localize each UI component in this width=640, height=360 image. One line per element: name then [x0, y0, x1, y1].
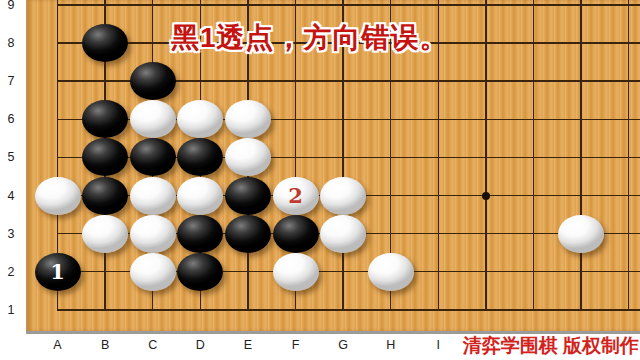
col-label-F: F — [292, 338, 300, 352]
row-label-6: 6 — [8, 112, 15, 126]
star-point-J4 — [482, 192, 490, 200]
stone-black-C7 — [130, 62, 176, 100]
stone-white-L3 — [558, 215, 604, 253]
stone-black-B6 — [82, 100, 128, 138]
stone-black-C5 — [130, 138, 176, 176]
stone-black-B4 — [82, 177, 128, 215]
col-label-E: E — [244, 338, 252, 352]
col-label-C: C — [148, 338, 157, 352]
stone-white-C4 — [130, 177, 176, 215]
grid-vline-J — [485, 0, 487, 311]
grid-vline-L — [580, 0, 582, 311]
row-label-8: 8 — [8, 36, 15, 50]
stone-white-C3 — [130, 215, 176, 253]
stone-white-G3 — [320, 215, 366, 253]
stone-black-D2 — [177, 253, 223, 291]
stone-white-G4 — [320, 177, 366, 215]
col-label-D: D — [196, 338, 205, 352]
stone-white-F4: 2 — [273, 177, 319, 215]
row-label-2: 2 — [8, 265, 15, 279]
row-label-7: 7 — [8, 74, 15, 88]
watermark: 清弈学围棋 版权制作 — [463, 333, 639, 359]
grid-hline-1 — [58, 309, 640, 311]
row-label-9: 9 — [8, 0, 15, 12]
stone-black-E3 — [225, 215, 271, 253]
title-caption: 黑1透点，方向错误。 — [171, 19, 449, 57]
stone-black-E4 — [225, 177, 271, 215]
stone-white-F2 — [273, 253, 319, 291]
stone-black-D3 — [177, 215, 223, 253]
col-label-B: B — [101, 338, 109, 352]
row-label-5: 5 — [8, 150, 15, 164]
go-diagram-frame: 21 987654321ABCDEFGHI 黑1透点，方向错误。 清弈学围棋 版… — [0, 0, 640, 360]
stone-white-A4 — [35, 177, 81, 215]
grid-vline-K — [533, 0, 535, 311]
row-label-1: 1 — [8, 303, 15, 317]
col-label-H: H — [386, 338, 395, 352]
stone-white-H2 — [368, 253, 414, 291]
stone-white-E6 — [225, 100, 271, 138]
stone-black-B8 — [82, 24, 128, 62]
stone-white-C6 — [130, 100, 176, 138]
stone-black-A2: 1 — [35, 253, 81, 291]
row-label-3: 3 — [8, 227, 15, 241]
stone-white-C2 — [130, 253, 176, 291]
col-label-I: I — [437, 338, 440, 352]
stone-white-B3 — [82, 215, 128, 253]
col-label-G: G — [338, 338, 348, 352]
row-label-4: 4 — [8, 189, 15, 203]
stone-white-E5 — [225, 138, 271, 176]
stone-white-D6 — [177, 100, 223, 138]
stone-white-D4 — [177, 177, 223, 215]
grid-vline-M — [628, 0, 630, 311]
grid-hline-9 — [58, 4, 640, 6]
move-label-1: 1 — [50, 261, 65, 282]
move-label-2: 2 — [288, 185, 303, 206]
stone-black-B5 — [82, 138, 128, 176]
stone-black-F3 — [273, 215, 319, 253]
stone-black-D5 — [177, 138, 223, 176]
col-label-A: A — [53, 338, 61, 352]
